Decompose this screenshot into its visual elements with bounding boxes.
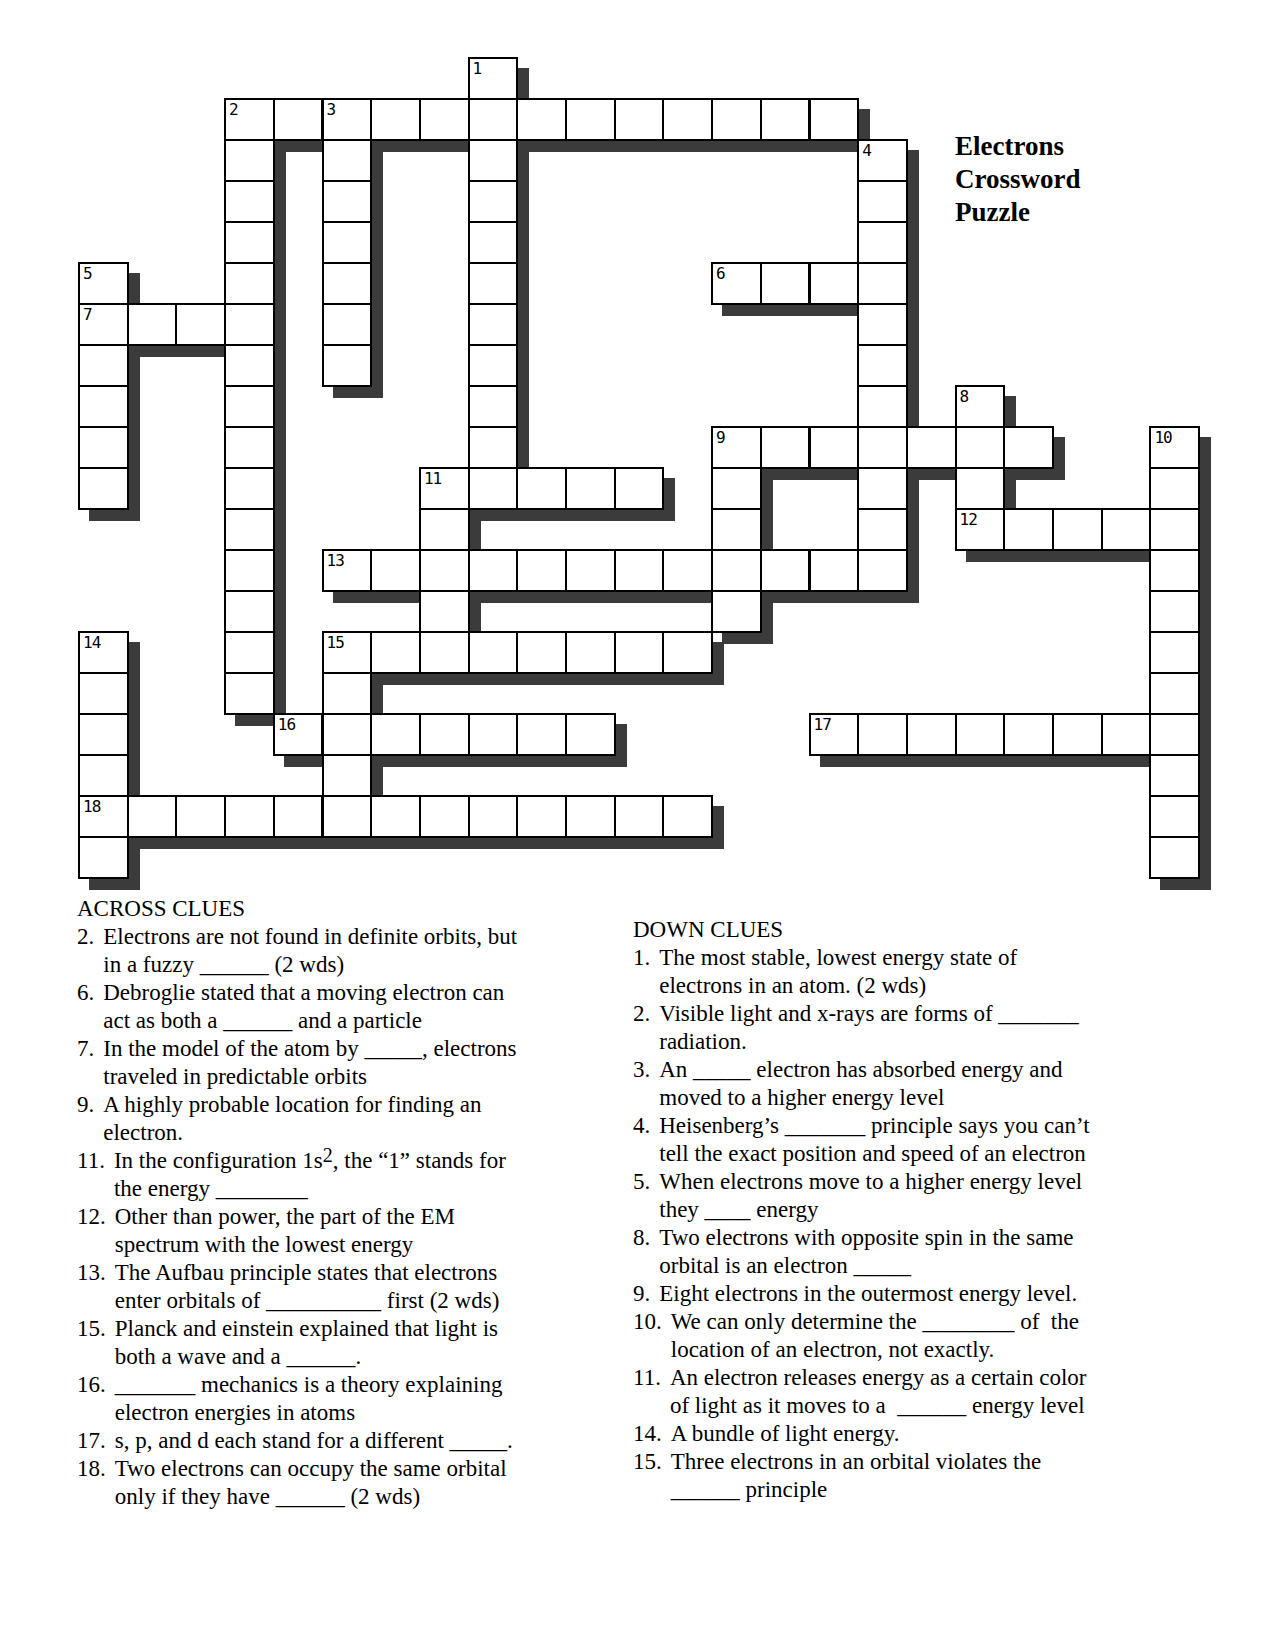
grid-cell[interactable] [711,590,762,633]
clue-text: Electrons are not found in definite orbi… [103,923,517,979]
grid-cell[interactable] [662,549,713,592]
grid-cell[interactable] [809,426,860,469]
grid-cell[interactable] [857,344,908,387]
grid-cell[interactable] [175,795,226,838]
worksheet-page: 123456789101112131415161718 Electrons Cr… [0,0,1275,1650]
grid-cell[interactable] [760,426,811,469]
grid-cell[interactable] [711,508,762,551]
across-clue-9: 9.A highly probable location for finding… [77,1091,622,1147]
grid-cell[interactable] [322,754,373,797]
grid-cell[interactable] [224,344,275,387]
clue-text: Heisenberg’s _______ principle says you … [659,1112,1089,1168]
grid-cell[interactable] [273,795,324,838]
grid-cell[interactable] [468,795,519,838]
across-clue-18: 18.Two electrons can occupy the same orb… [77,1455,622,1511]
grid-cell[interactable] [516,795,567,838]
grid-cell[interactable] [224,303,275,346]
clue-text: In the model of the atom by _____, elect… [103,1035,516,1091]
down-clues-section: DOWN CLUES 1.The most stable, lowest ene… [633,916,1173,1504]
clue-number: 17. [77,1427,106,1455]
clue-number: 7. [77,1035,94,1063]
cell-number: 7 [83,307,127,323]
grid-cell[interactable]: 4 [857,139,908,182]
cell-number: 15 [327,635,371,651]
clue-number: 11. [633,1364,661,1392]
cell-number: 13 [327,553,371,569]
grid-cell[interactable] [224,467,275,510]
down-clue-2: 2.Visible light and x-rays are forms of … [633,1000,1173,1056]
grid-cell[interactable] [370,713,421,756]
clue-number: 12. [77,1203,106,1231]
grid-cell[interactable] [1149,672,1200,715]
clue-number: 14. [633,1420,662,1448]
down-clue-4: 4.Heisenberg’s _______ principle says yo… [633,1112,1173,1168]
grid-cell[interactable] [322,180,373,223]
across-clue-11: 11.In the configuration 1s2, the “1” sta… [77,1147,622,1203]
clue-text: A bundle of light energy. [671,1420,900,1448]
grid-cell[interactable] [857,549,908,592]
grid-cell[interactable] [370,631,421,674]
across-clues-list: 2.Electrons are not found in definite or… [77,923,622,1511]
grid-cell[interactable] [468,426,519,469]
cell-number: 12 [960,512,1004,528]
clue-text: We can only determine the ________ of th… [671,1308,1079,1364]
grid-cell[interactable] [468,262,519,305]
clue-number: 13. [77,1259,106,1287]
grid-cell[interactable]: 6 [711,262,762,305]
grid-cell[interactable] [857,180,908,223]
grid-cell[interactable]: 18 [78,795,129,838]
grid-cell[interactable] [1003,713,1054,756]
across-clue-16: 16._______ mechanics is a theory explain… [77,1371,622,1427]
grid-cell[interactable] [78,713,129,756]
grid-cell[interactable] [224,631,275,674]
grid-cell[interactable] [857,262,908,305]
cell-number: 9 [716,430,760,446]
grid-cell[interactable] [662,795,713,838]
clue-text: An electron releases energy as a certain… [670,1364,1087,1420]
down-clues-header: DOWN CLUES [633,916,1173,944]
grid-cell[interactable] [224,795,275,838]
clue-text: Three electrons in an orbital violates t… [671,1448,1041,1504]
grid-cell[interactable] [468,631,519,674]
grid-cell[interactable] [809,98,860,141]
down-clue-8: 8.Two electrons with opposite spin in th… [633,1224,1173,1280]
grid-cell[interactable] [857,426,908,469]
across-clues-header: ACROSS CLUES [77,895,622,923]
clue-number: 18. [77,1455,106,1483]
down-clue-15: 15.Three electrons in an orbital violate… [633,1448,1173,1504]
grid-cell[interactable] [468,221,519,264]
grid-cell[interactable] [565,467,616,510]
cell-number: 8 [960,389,1004,405]
grid-cell[interactable] [468,180,519,223]
grid-cell[interactable] [614,98,665,141]
clue-number: 1. [633,944,650,972]
grid-cell[interactable] [322,713,373,756]
grid-cell[interactable] [857,303,908,346]
grid-cell[interactable]: 14 [78,631,129,674]
clue-text: A highly probable location for finding a… [103,1091,481,1147]
clue-text: s, p, and d each stand for a different _… [115,1427,513,1455]
grid-cell[interactable] [1149,713,1200,756]
down-clue-14: 14.A bundle of light energy. [633,1420,1173,1448]
grid-cell[interactable]: 9 [711,426,762,469]
cell-number: 10 [1154,430,1198,446]
cell-number: 2 [229,102,273,118]
grid-cell[interactable] [78,754,129,797]
cell-number: 18 [83,799,127,815]
grid-cell[interactable] [1003,508,1054,551]
grid-cell[interactable] [565,795,616,838]
grid-cell[interactable] [273,98,324,141]
grid-cell[interactable]: 16 [273,713,324,756]
clue-text: Other than power, the part of the EMspec… [115,1203,455,1259]
across-clue-13: 13.The Aufbau principle states that elec… [77,1259,622,1315]
grid-cell[interactable] [1149,467,1200,510]
grid-cell[interactable] [662,631,713,674]
clue-text: Visible light and x-rays are forms of __… [659,1000,1079,1056]
grid-cell[interactable] [516,713,567,756]
grid-cell[interactable] [224,672,275,715]
puzzle-title: Electrons Crossword Puzzle [955,130,1081,229]
grid-cell[interactable] [468,385,519,428]
grid-cell[interactable] [78,344,129,387]
grid-cell[interactable] [565,98,616,141]
grid-cell[interactable] [175,303,226,346]
down-clues-list: 1.The most stable, lowest energy state o… [633,944,1173,1504]
grid-cell[interactable]: 7 [78,303,129,346]
cell-number: 11 [424,471,468,487]
cell-number: 4 [862,143,906,159]
grid-cell[interactable] [322,262,373,305]
across-clue-6: 6.Debroglie stated that a moving electro… [77,979,622,1035]
clue-number: 8. [633,1224,650,1252]
grid-cell[interactable]: 10 [1149,426,1200,469]
down-clue-10: 10.We can only determine the ________ of… [633,1308,1173,1364]
grid-cell[interactable] [468,303,519,346]
grid-cell[interactable] [224,139,275,182]
grid-cell[interactable] [906,713,957,756]
grid-cell[interactable] [468,549,519,592]
clue-text: _______ mechanics is a theory explaining… [115,1371,503,1427]
clue-text: An _____ electron has absorbed energy an… [659,1056,1062,1112]
grid-cell[interactable] [760,262,811,305]
grid-cell[interactable] [1003,426,1054,469]
grid-cell[interactable] [322,795,373,838]
grid-cell[interactable] [322,672,373,715]
grid-cell[interactable]: 3 [322,98,373,141]
clue-number: 9. [77,1091,94,1119]
grid-cell[interactable] [1052,713,1103,756]
clue-text: Eight electrons in the outermost energy … [659,1280,1077,1308]
grid-cell[interactable] [565,713,616,756]
clue-number: 4. [633,1112,650,1140]
clue-number: 16. [77,1371,106,1399]
grid-cell[interactable] [468,467,519,510]
grid-cell[interactable] [224,549,275,592]
grid-cell[interactable] [857,385,908,428]
grid-cell[interactable] [419,713,470,756]
grid-cell[interactable] [468,344,519,387]
grid-cell[interactable] [1149,754,1200,797]
grid-cell[interactable] [760,549,811,592]
down-clue-3: 3.An _____ electron has absorbed energy … [633,1056,1173,1112]
clue-number: 6. [77,979,94,1007]
across-clue-17: 17.s, p, and d each stand for a differen… [77,1427,622,1455]
grid-cell[interactable] [1101,713,1152,756]
grid-cell[interactable] [516,467,567,510]
grid-cell[interactable] [1052,508,1103,551]
grid-cell[interactable]: 1 [468,57,519,100]
grid-cell[interactable] [419,98,470,141]
across-clues-section: ACROSS CLUES 2.Electrons are not found i… [77,895,622,1511]
puzzle-title-line-2: Crossword [955,163,1081,196]
grid-cell[interactable] [78,426,129,469]
grid-cell[interactable] [224,180,275,223]
grid-cell[interactable] [565,631,616,674]
cell-number: 1 [473,61,517,77]
grid-cell[interactable] [711,98,762,141]
grid-cell[interactable] [614,631,665,674]
grid-cell[interactable] [1149,508,1200,551]
grid-cell[interactable] [127,303,178,346]
grid-cell[interactable] [468,98,519,141]
clue-text: The most stable, lowest energy state ofe… [659,944,1017,1000]
clue-text: The Aufbau principle states that electro… [115,1259,500,1315]
clue-text: In the configuration 1s2, the “1” stands… [114,1147,506,1203]
grid-cell[interactable] [955,467,1006,510]
grid-cell[interactable] [1149,631,1200,674]
grid-cell[interactable] [711,467,762,510]
grid-cell[interactable]: 11 [419,467,470,510]
grid-cell[interactable] [565,549,616,592]
grid-cell[interactable] [78,836,129,879]
grid-cell[interactable] [809,262,860,305]
grid-cell[interactable] [857,508,908,551]
grid-cell[interactable]: 2 [224,98,275,141]
clue-text: When electrons move to a higher energy l… [659,1168,1082,1224]
grid-cell[interactable] [955,426,1006,469]
grid-cell[interactable] [419,631,470,674]
grid-cell[interactable] [224,262,275,305]
down-clue-11: 11.An electron releases energy as a cert… [633,1364,1173,1420]
across-clue-15: 15.Planck and einstein explained that li… [77,1315,622,1371]
puzzle-title-line-1: Electrons [955,130,1081,163]
clue-number: 15. [77,1315,106,1343]
grid-cell[interactable]: 8 [955,385,1006,428]
grid-cell[interactable] [468,139,519,182]
grid-cell[interactable] [370,98,421,141]
grid-cell[interactable] [322,139,373,182]
grid-cell[interactable] [1149,549,1200,592]
across-clue-12: 12.Other than power, the part of the EMs… [77,1203,622,1259]
clue-text: Debroglie stated that a moving electron … [103,979,504,1035]
grid-cell[interactable] [662,98,713,141]
grid-cell[interactable] [906,426,957,469]
cell-number: 16 [278,717,322,733]
grid-cell[interactable] [322,344,373,387]
down-clue-5: 5.When electrons move to a higher energy… [633,1168,1173,1224]
grid-cell[interactable] [760,98,811,141]
clue-number: 15. [633,1448,662,1476]
grid-cell[interactable] [419,508,470,551]
grid-cell[interactable] [78,385,129,428]
puzzle-title-line-3: Puzzle [955,196,1081,229]
grid-cell[interactable] [516,631,567,674]
clue-number: 11. [77,1147,105,1175]
grid-cell[interactable] [224,385,275,428]
grid-cell[interactable] [1149,836,1200,879]
grid-cell[interactable] [419,549,470,592]
grid-cell[interactable] [614,795,665,838]
grid-cell[interactable] [809,549,860,592]
grid-cell[interactable]: 5 [78,262,129,305]
grid-cell[interactable]: 13 [322,549,373,592]
cell-number: 17 [814,717,858,733]
grid-cell[interactable] [1149,795,1200,838]
cell-number: 14 [83,635,127,651]
grid-cell[interactable] [224,508,275,551]
grid-cell[interactable] [322,221,373,264]
cell-number: 5 [83,266,127,282]
grid-cell[interactable] [857,713,908,756]
across-clue-7: 7.In the model of the atom by _____, ele… [77,1035,622,1091]
cell-number: 3 [327,102,371,118]
grid-cell[interactable] [419,590,470,633]
grid-cell[interactable] [224,426,275,469]
grid-cell[interactable] [78,467,129,510]
clue-number: 2. [633,1000,650,1028]
grid-cell[interactable] [955,713,1006,756]
grid-cell[interactable] [419,795,470,838]
grid-cell[interactable] [857,467,908,510]
grid-cell[interactable] [614,467,665,510]
grid-cell[interactable] [322,303,373,346]
clue-text: Two electrons can occupy the same orbita… [115,1455,507,1511]
clue-number: 2. [77,923,94,951]
grid-cell[interactable] [711,549,762,592]
grid-cell[interactable] [857,221,908,264]
across-clue-2: 2.Electrons are not found in definite or… [77,923,622,979]
clue-text: Planck and einstein explained that light… [115,1315,498,1371]
down-clue-1: 1.The most stable, lowest energy state o… [633,944,1173,1000]
grid-cell[interactable] [224,221,275,264]
grid-cell[interactable] [224,590,275,633]
clue-number: 9. [633,1280,650,1308]
grid-cell[interactable]: 15 [322,631,373,674]
grid-cell[interactable]: 12 [955,508,1006,551]
grid-cell[interactable] [1149,590,1200,633]
grid-cell[interactable] [516,98,567,141]
grid-cell[interactable] [468,713,519,756]
clue-text: Two electrons with opposite spin in the … [659,1224,1073,1280]
grid-cell[interactable] [516,549,567,592]
grid-cell[interactable] [127,795,178,838]
grid-cell[interactable]: 17 [809,713,860,756]
clue-number: 5. [633,1168,650,1196]
clue-number: 10. [633,1308,662,1336]
grid-cell[interactable] [370,795,421,838]
cell-number: 6 [716,266,760,282]
grid-cell[interactable] [370,549,421,592]
grid-cell[interactable] [1101,508,1152,551]
grid-cell[interactable] [614,549,665,592]
clue-number: 3. [633,1056,650,1084]
down-clue-9: 9.Eight electrons in the outermost energ… [633,1280,1173,1308]
grid-cell[interactable] [78,672,129,715]
